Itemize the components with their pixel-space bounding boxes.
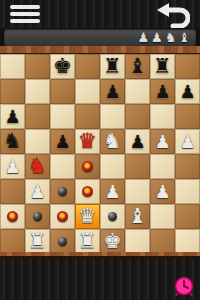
square-h7[interactable]: ♟ (175, 79, 200, 104)
square-a2[interactable] (0, 204, 25, 229)
move-marker-ball-b2[interactable] (33, 212, 42, 221)
square-f3[interactable] (125, 179, 150, 204)
move-marker-ring-a2[interactable] (7, 211, 18, 222)
clock-icon[interactable] (174, 276, 194, 296)
square-g3[interactable]: ♟ (150, 179, 175, 204)
move-marker-ball-c1[interactable] (58, 237, 67, 246)
square-d1[interactable]: ♜ (75, 229, 100, 254)
white-pawn-h5: ♟ (179, 129, 195, 154)
square-a1[interactable] (0, 229, 25, 254)
square-c1[interactable] (50, 229, 75, 254)
square-h6[interactable] (175, 104, 200, 129)
square-f5[interactable]: ♟ (125, 129, 150, 154)
white-queen-d2: ♛ (78, 204, 97, 229)
red-queen-d5: ♛ (78, 129, 97, 154)
chess-board: ♚♜♝♜♟♟♟♟♞♟♛♞♟♟♟♟♞♟♟♟♛♝♜♜♚ (0, 53, 200, 254)
square-b4[interactable]: ♞ (25, 154, 50, 179)
black-knight-a5: ♞ (3, 129, 22, 154)
square-a7[interactable] (0, 79, 25, 104)
move-marker-ring-d4[interactable] (82, 161, 93, 172)
square-c3[interactable] (50, 179, 75, 204)
chess-app-screen: ♟♟♞♝ ♚♜♝♜♟♟♟♟♞♟♛♞♟♟♟♟♞♟♟♟♛♝♜♜♚ (0, 0, 200, 300)
square-a5[interactable]: ♞ (0, 129, 25, 154)
white-pawn-a4: ♟ (4, 154, 20, 179)
black-pawn-c5: ♟ (54, 129, 70, 154)
square-h4[interactable] (175, 154, 200, 179)
square-f2[interactable]: ♝ (125, 204, 150, 229)
square-a6[interactable]: ♟ (0, 104, 25, 129)
move-marker-ball-c3[interactable] (58, 187, 67, 196)
white-pawn-g5: ♟ (154, 129, 170, 154)
top-toolbar (0, 0, 200, 28)
black-king-c8: ♚ (53, 54, 72, 79)
move-marker-ball-e2[interactable] (108, 212, 117, 221)
square-e7[interactable]: ♟ (100, 79, 125, 104)
square-h2[interactable] (175, 204, 200, 229)
square-c2[interactable] (50, 204, 75, 229)
square-e1[interactable]: ♚ (100, 229, 125, 254)
square-g2[interactable] (150, 204, 175, 229)
square-h8[interactable] (175, 54, 200, 79)
white-rook-b1: ♜ (28, 229, 47, 254)
square-f8[interactable]: ♝ (125, 54, 150, 79)
square-e2[interactable] (100, 204, 125, 229)
square-f6[interactable] (125, 104, 150, 129)
white-knight-e5: ♞ (103, 129, 122, 154)
square-b3[interactable]: ♟ (25, 179, 50, 204)
square-e6[interactable] (100, 104, 125, 129)
white-bishop-f2: ♝ (128, 204, 147, 229)
square-g4[interactable] (150, 154, 175, 179)
square-g5[interactable]: ♟ (150, 129, 175, 154)
square-c7[interactable] (50, 79, 75, 104)
square-g8[interactable]: ♜ (150, 54, 175, 79)
black-pawn-e7: ♟ (104, 79, 120, 104)
square-f7[interactable] (125, 79, 150, 104)
square-h1[interactable] (175, 229, 200, 254)
white-rook-d1: ♜ (78, 229, 97, 254)
square-b8[interactable] (25, 54, 50, 79)
square-g6[interactable] (150, 104, 175, 129)
square-d4[interactable] (75, 154, 100, 179)
square-d6[interactable] (75, 104, 100, 129)
square-a4[interactable]: ♟ (0, 154, 25, 179)
square-c5[interactable]: ♟ (50, 129, 75, 154)
square-d5[interactable]: ♛ (75, 129, 100, 154)
undo-arrow-icon[interactable] (156, 2, 190, 28)
square-f4[interactable] (125, 154, 150, 179)
board-frame-top (0, 46, 200, 53)
square-a3[interactable] (0, 179, 25, 204)
black-rook-e8: ♜ (103, 54, 122, 79)
square-h3[interactable] (175, 179, 200, 204)
square-c4[interactable] (50, 154, 75, 179)
black-pawn-f5: ♟ (129, 129, 145, 154)
white-pawn-e3: ♟ (104, 179, 120, 204)
captured-piece-bishop: ♝ (178, 31, 190, 44)
black-pawn-h7: ♟ (179, 79, 195, 104)
square-b1[interactable]: ♜ (25, 229, 50, 254)
square-g1[interactable] (150, 229, 175, 254)
black-pawn-a6: ♟ (4, 104, 20, 129)
square-g7[interactable]: ♟ (150, 79, 175, 104)
square-c6[interactable] (50, 104, 75, 129)
square-d7[interactable] (75, 79, 100, 104)
white-king-e1: ♚ (103, 229, 122, 254)
square-d3[interactable] (75, 179, 100, 204)
square-e4[interactable] (100, 154, 125, 179)
captured-piece-knight: ♞ (165, 31, 177, 44)
square-f1[interactable] (125, 229, 150, 254)
captured-piece-pawn: ♟ (137, 31, 149, 44)
black-pawn-g7: ♟ (154, 79, 170, 104)
square-d8[interactable] (75, 54, 100, 79)
square-b6[interactable] (25, 104, 50, 129)
square-e8[interactable]: ♜ (100, 54, 125, 79)
square-d2[interactable]: ♛ (75, 204, 100, 229)
hamburger-menu-icon[interactable] (10, 5, 40, 23)
white-pawn-b3: ♟ (29, 179, 45, 204)
black-bishop-f8: ♝ (128, 54, 147, 79)
square-c8[interactable]: ♚ (50, 54, 75, 79)
move-marker-ring-c2[interactable] (57, 211, 68, 222)
square-h5[interactable]: ♟ (175, 129, 200, 154)
square-e3[interactable]: ♟ (100, 179, 125, 204)
square-a8[interactable] (0, 54, 25, 79)
red-knight-b4: ♞ (28, 154, 47, 179)
black-rook-g8: ♜ (153, 54, 172, 79)
captured-pieces-tray: ♟♟♞♝ (4, 29, 196, 46)
square-b5[interactable] (25, 129, 50, 154)
square-b2[interactable] (25, 204, 50, 229)
square-e5[interactable]: ♞ (100, 129, 125, 154)
white-pawn-g3: ♟ (154, 179, 170, 204)
move-marker-ring-d3[interactable] (82, 186, 93, 197)
bottom-toolbar (0, 258, 200, 300)
captured-piece-pawn: ♟ (151, 31, 163, 44)
square-b7[interactable] (25, 79, 50, 104)
